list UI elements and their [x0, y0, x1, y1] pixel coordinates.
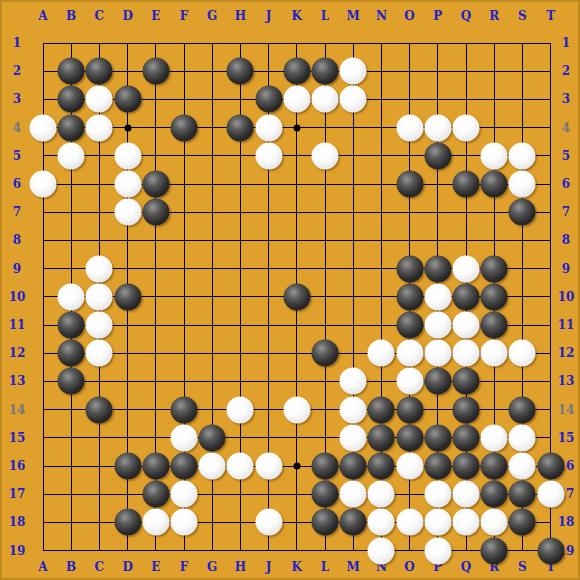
stone-white-M17: [340, 481, 367, 508]
col-label-top-O: O: [404, 10, 414, 22]
col-label-bottom-L: L: [321, 561, 329, 573]
row-label-left-5: 5: [13, 150, 21, 162]
stone-black-D10: [114, 283, 141, 310]
stone-white-P10: [424, 283, 451, 310]
row-label-left-14: 14: [9, 404, 26, 416]
stone-black-H2: [227, 58, 254, 85]
stone-white-K3: [283, 86, 310, 113]
stone-black-Q6: [453, 171, 480, 198]
star-point-K4: [293, 124, 300, 131]
stone-black-T16: [537, 453, 564, 480]
stone-black-C14: [86, 396, 113, 423]
stone-white-B5: [58, 142, 85, 169]
row-label-right-7: 7: [562, 206, 570, 218]
col-label-top-J: J: [266, 10, 272, 22]
stone-white-M15: [340, 424, 367, 451]
stone-white-M13: [340, 368, 367, 395]
row-label-right-13: 13: [558, 375, 575, 387]
stone-black-P16: [424, 453, 451, 480]
stone-white-J5: [255, 142, 282, 169]
col-label-bottom-J: J: [266, 561, 272, 573]
col-label-top-G: G: [207, 10, 217, 22]
stone-black-S14: [509, 396, 536, 423]
col-label-top-Q: Q: [461, 10, 471, 22]
col-label-bottom-A: A: [38, 561, 47, 573]
stone-black-B4: [58, 114, 85, 141]
row-label-right-18: 18: [558, 516, 575, 528]
stone-black-N16: [368, 453, 395, 480]
stone-white-O4: [396, 114, 423, 141]
star-point-D4: [124, 124, 131, 131]
stone-white-S15: [509, 424, 536, 451]
stone-black-B12: [58, 340, 85, 367]
stone-white-E18: [142, 509, 169, 536]
stone-white-Q17: [453, 481, 480, 508]
grid-line-horizontal: [43, 550, 552, 551]
stone-black-G15: [199, 424, 226, 451]
col-label-top-M: M: [347, 10, 360, 22]
stone-white-N18: [368, 509, 395, 536]
col-label-top-T: T: [546, 10, 555, 22]
col-label-top-L: L: [321, 10, 329, 22]
col-label-top-N: N: [376, 10, 387, 22]
row-label-right-14: 14: [558, 404, 575, 416]
stone-black-L2: [312, 58, 339, 85]
stone-black-E7: [142, 199, 169, 226]
stone-white-D7: [114, 199, 141, 226]
stone-black-P9: [424, 255, 451, 282]
stone-white-F18: [171, 509, 198, 536]
col-label-bottom-S: S: [518, 561, 527, 573]
row-label-left-8: 8: [13, 234, 21, 246]
col-label-bottom-F: F: [180, 561, 189, 573]
stone-white-P18: [424, 509, 451, 536]
row-label-right-4: 4: [562, 122, 570, 134]
stone-white-O16: [396, 453, 423, 480]
stone-white-A6: [30, 171, 57, 198]
stone-white-S5: [509, 142, 536, 169]
stone-black-T19: [537, 537, 564, 564]
stone-white-C11: [86, 312, 113, 339]
stone-white-Q12: [453, 340, 480, 367]
stone-black-O14: [396, 396, 423, 423]
stone-black-B3: [58, 86, 85, 113]
col-label-top-R: R: [489, 10, 499, 22]
row-label-right-9: 9: [562, 263, 570, 275]
stone-white-G16: [199, 453, 226, 480]
stone-white-C4: [86, 114, 113, 141]
col-label-top-C: C: [95, 10, 105, 22]
row-label-right-12: 12: [558, 347, 575, 359]
col-label-bottom-H: H: [235, 561, 246, 573]
stone-black-R19: [481, 537, 508, 564]
stone-white-D5: [114, 142, 141, 169]
stone-black-J3: [255, 86, 282, 113]
row-label-left-15: 15: [9, 432, 26, 444]
stone-black-S18: [509, 509, 536, 536]
stone-black-H4: [227, 114, 254, 141]
row-label-left-2: 2: [13, 65, 21, 77]
stone-white-P17: [424, 481, 451, 508]
go-board-app: AABBCCDDEEFFGGHHJJKKLLMMNNOOPPQQRRSSTT11…: [0, 0, 580, 580]
stone-black-B11: [58, 312, 85, 339]
stone-black-F16: [171, 453, 198, 480]
stone-white-K14: [283, 396, 310, 423]
stone-black-R6: [481, 171, 508, 198]
stone-white-S12: [509, 340, 536, 367]
col-label-top-D: D: [122, 10, 132, 22]
stone-white-Q4: [453, 114, 480, 141]
star-point-K16: [293, 463, 300, 470]
col-label-bottom-B: B: [66, 561, 76, 573]
stone-white-H16: [227, 453, 254, 480]
stone-white-Q9: [453, 255, 480, 282]
stone-black-L16: [312, 453, 339, 480]
row-label-left-12: 12: [9, 347, 26, 359]
col-label-top-E: E: [151, 10, 160, 22]
stone-white-L3: [312, 86, 339, 113]
stone-white-T17: [537, 481, 564, 508]
col-label-top-F: F: [180, 10, 189, 22]
row-label-left-19: 19: [9, 545, 26, 557]
row-label-left-9: 9: [13, 263, 21, 275]
stone-black-L18: [312, 509, 339, 536]
stone-black-P13: [424, 368, 451, 395]
stone-white-J16: [255, 453, 282, 480]
stone-white-Q18: [453, 509, 480, 536]
col-label-bottom-M: M: [347, 561, 360, 573]
col-label-bottom-K: K: [292, 561, 302, 573]
stone-white-C12: [86, 340, 113, 367]
stone-black-R11: [481, 312, 508, 339]
row-label-right-15: 15: [558, 432, 575, 444]
stone-white-B10: [58, 283, 85, 310]
stone-white-C10: [86, 283, 113, 310]
row-label-left-6: 6: [13, 178, 21, 190]
stone-black-F4: [171, 114, 198, 141]
col-label-top-A: A: [38, 10, 47, 22]
stone-black-Q10: [453, 283, 480, 310]
stone-white-P19: [424, 537, 451, 564]
row-label-left-18: 18: [9, 516, 26, 528]
stone-white-N19: [368, 537, 395, 564]
row-label-right-5: 5: [562, 150, 570, 162]
stone-black-E17: [142, 481, 169, 508]
stone-white-O13: [396, 368, 423, 395]
col-label-top-P: P: [433, 10, 442, 22]
stone-black-E6: [142, 171, 169, 198]
stone-black-Q15: [453, 424, 480, 451]
stone-white-R5: [481, 142, 508, 169]
stone-white-C9: [86, 255, 113, 282]
stone-black-M18: [340, 509, 367, 536]
stone-white-P12: [424, 340, 451, 367]
stone-white-M2: [340, 58, 367, 85]
stone-black-Q14: [453, 396, 480, 423]
row-label-left-17: 17: [9, 488, 26, 500]
stone-black-L12: [312, 340, 339, 367]
stone-white-N12: [368, 340, 395, 367]
stone-black-S7: [509, 199, 536, 226]
row-label-right-11: 11: [558, 319, 575, 331]
row-label-left-3: 3: [13, 93, 21, 105]
row-label-right-6: 6: [562, 178, 570, 190]
col-label-bottom-G: G: [207, 561, 217, 573]
stone-black-K10: [283, 283, 310, 310]
col-label-bottom-Q: Q: [461, 561, 471, 573]
stone-black-E2: [142, 58, 169, 85]
stone-white-S16: [509, 453, 536, 480]
stone-white-P4: [424, 114, 451, 141]
stone-black-N14: [368, 396, 395, 423]
stone-black-R17: [481, 481, 508, 508]
stone-black-D18: [114, 509, 141, 536]
stone-black-N15: [368, 424, 395, 451]
stone-black-P15: [424, 424, 451, 451]
stone-black-R10: [481, 283, 508, 310]
stone-white-P11: [424, 312, 451, 339]
stone-black-C2: [86, 58, 113, 85]
stone-black-K2: [283, 58, 310, 85]
stone-white-F17: [171, 481, 198, 508]
stone-black-M16: [340, 453, 367, 480]
row-label-left-1: 1: [13, 37, 21, 49]
row-label-left-16: 16: [9, 460, 26, 472]
col-label-bottom-D: D: [122, 561, 132, 573]
stone-white-Q11: [453, 312, 480, 339]
row-label-right-2: 2: [562, 65, 570, 77]
row-label-left-13: 13: [9, 375, 26, 387]
stone-white-J4: [255, 114, 282, 141]
stone-black-B13: [58, 368, 85, 395]
stone-white-N17: [368, 481, 395, 508]
row-label-left-10: 10: [9, 291, 26, 303]
row-label-left-7: 7: [13, 206, 21, 218]
stone-black-D3: [114, 86, 141, 113]
stone-black-O6: [396, 171, 423, 198]
stone-white-H14: [227, 396, 254, 423]
stone-white-A4: [30, 114, 57, 141]
stone-black-R9: [481, 255, 508, 282]
stone-black-O11: [396, 312, 423, 339]
stone-white-M3: [340, 86, 367, 113]
stone-white-F15: [171, 424, 198, 451]
stone-white-R15: [481, 424, 508, 451]
stone-white-M14: [340, 396, 367, 423]
col-label-top-S: S: [518, 10, 527, 22]
stone-black-Q16: [453, 453, 480, 480]
stone-white-S6: [509, 171, 536, 198]
row-label-right-1: 1: [562, 37, 570, 49]
stone-white-R12: [481, 340, 508, 367]
row-label-right-10: 10: [558, 291, 575, 303]
row-label-right-8: 8: [562, 234, 570, 246]
stone-black-O9: [396, 255, 423, 282]
stone-white-L5: [312, 142, 339, 169]
stone-black-Q13: [453, 368, 480, 395]
stone-black-O10: [396, 283, 423, 310]
stone-black-L17: [312, 481, 339, 508]
stone-white-C3: [86, 86, 113, 113]
stone-black-R16: [481, 453, 508, 480]
col-label-top-H: H: [235, 10, 246, 22]
row-label-right-3: 3: [562, 93, 570, 105]
stone-black-O15: [396, 424, 423, 451]
col-label-bottom-E: E: [151, 561, 160, 573]
stone-white-J18: [255, 509, 282, 536]
stone-black-D16: [114, 453, 141, 480]
stone-black-F14: [171, 396, 198, 423]
stone-black-B2: [58, 58, 85, 85]
row-label-left-11: 11: [9, 319, 26, 331]
row-label-left-4: 4: [13, 122, 21, 134]
stone-white-O12: [396, 340, 423, 367]
col-label-bottom-O: O: [404, 561, 414, 573]
stone-black-S17: [509, 481, 536, 508]
stone-black-P5: [424, 142, 451, 169]
stone-white-R18: [481, 509, 508, 536]
col-label-top-B: B: [66, 10, 76, 22]
stone-white-O18: [396, 509, 423, 536]
col-label-top-K: K: [292, 10, 302, 22]
col-label-bottom-C: C: [95, 561, 105, 573]
stone-white-D6: [114, 171, 141, 198]
stone-black-E16: [142, 453, 169, 480]
